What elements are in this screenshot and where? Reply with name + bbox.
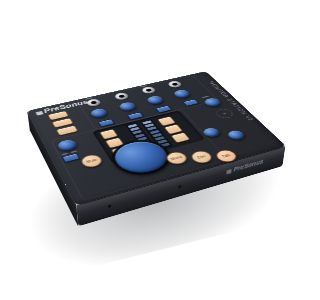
dim-button[interactable]: Dim (188, 149, 216, 165)
dim-label: Dim (197, 154, 207, 159)
front-screw-hole (108, 205, 111, 208)
right-aux-knob[interactable] (203, 97, 223, 107)
cue-select-button-c[interactable] (170, 132, 190, 143)
front-screw-hole (178, 185, 181, 188)
main-knob-base (104, 135, 180, 181)
speaker-select-button-c[interactable] (111, 146, 131, 158)
mute-button[interactable]: Mute (79, 153, 105, 169)
panel-label-mark (61, 153, 68, 155)
main-volume-knob[interactable] (108, 137, 175, 178)
mono-label: Mono (170, 155, 183, 161)
cue-select-button-b[interactable] (164, 124, 184, 135)
input-level-knob[interactable] (56, 139, 78, 153)
front-logo: ▦ PreSonus (226, 158, 263, 174)
mute-label: Mute (86, 158, 98, 164)
mono-button[interactable]: Mono (163, 150, 190, 166)
panel-label-mark (71, 150, 78, 152)
small-knob-1[interactable] (201, 127, 222, 138)
input-mode-button[interactable] (62, 153, 81, 163)
speaker-select-button-a[interactable] (99, 129, 118, 140)
talkback-mic-grille (213, 108, 235, 120)
small-knob-2[interactable] (226, 129, 247, 140)
talk-label: Talk (221, 153, 231, 158)
presonus-grid-icon: ▦ (226, 168, 232, 175)
speaker-select-button-b[interactable] (105, 137, 125, 148)
